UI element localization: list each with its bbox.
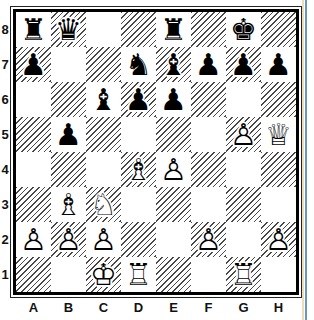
square-h4[interactable] xyxy=(261,152,296,187)
square-h2[interactable]: ♟♙ xyxy=(261,222,296,257)
white-pawn-body: ♟ xyxy=(156,152,191,187)
white-pawn-a2: ♙ xyxy=(16,222,51,257)
square-e8[interactable]: ♜ xyxy=(156,12,191,47)
white-pawn-body: ♟ xyxy=(191,222,226,257)
square-g5[interactable]: ♟♙ xyxy=(226,117,261,152)
square-a3[interactable] xyxy=(16,187,51,222)
square-a6[interactable] xyxy=(16,82,51,117)
chess-board: ♜♛♜♚♟♞♝♟♟♟♝♟♟♟♟♙♛♕♝♗♟♙♝♗♞♘♟♙♟♙♟♙♟♙♟♙♚♔♜♖… xyxy=(16,12,296,292)
square-c2[interactable]: ♟♙ xyxy=(86,222,121,257)
square-a4[interactable] xyxy=(16,152,51,187)
file-label-h: H xyxy=(261,298,296,316)
white-bishop-d4: ♗ xyxy=(121,152,156,187)
black-bishop-c6: ♝ xyxy=(86,82,121,117)
file-label-g: G xyxy=(226,298,261,316)
square-c7[interactable] xyxy=(86,47,121,82)
square-h1[interactable] xyxy=(261,257,296,292)
white-knight-body: ♞ xyxy=(86,187,121,222)
rank-label-3: 3 xyxy=(0,187,10,222)
white-queen-body: ♛ xyxy=(261,117,296,152)
square-a7[interactable]: ♟ xyxy=(16,47,51,82)
square-e6[interactable]: ♟ xyxy=(156,82,191,117)
square-d6[interactable]: ♟ xyxy=(121,82,156,117)
square-f8[interactable] xyxy=(191,12,226,47)
square-d3[interactable] xyxy=(121,187,156,222)
square-g1[interactable]: ♜♖ xyxy=(226,257,261,292)
white-pawn-g5: ♙ xyxy=(226,117,261,152)
white-pawn-b2: ♙ xyxy=(51,222,86,257)
white-pawn-body: ♟ xyxy=(51,222,86,257)
square-f4[interactable] xyxy=(191,152,226,187)
square-h8[interactable] xyxy=(261,12,296,47)
file-label-c: C xyxy=(86,298,121,316)
square-h6[interactable] xyxy=(261,82,296,117)
rank-label-5: 5 xyxy=(0,117,10,152)
rank-label-2: 2 xyxy=(0,222,10,257)
black-rook-a8: ♜ xyxy=(16,12,51,47)
square-b5[interactable]: ♟ xyxy=(51,117,86,152)
white-rook-body: ♜ xyxy=(226,257,261,292)
white-bishop-body: ♝ xyxy=(121,152,156,187)
black-pawn-g7: ♟ xyxy=(226,47,261,82)
white-rook-d1: ♖ xyxy=(121,257,156,292)
square-h7[interactable]: ♟ xyxy=(261,47,296,82)
square-a1[interactable] xyxy=(16,257,51,292)
square-d8[interactable] xyxy=(121,12,156,47)
square-f3[interactable] xyxy=(191,187,226,222)
square-c1[interactable]: ♚♔ xyxy=(86,257,121,292)
white-pawn-body: ♟ xyxy=(16,222,51,257)
black-king-g8: ♚ xyxy=(226,12,261,47)
white-pawn-e4: ♙ xyxy=(156,152,191,187)
square-f5[interactable] xyxy=(191,117,226,152)
square-g2[interactable] xyxy=(226,222,261,257)
white-rook-g1: ♖ xyxy=(226,257,261,292)
scan-edge-cream-stripe xyxy=(302,0,304,320)
square-d7[interactable]: ♞ xyxy=(121,47,156,82)
rank-label-7: 7 xyxy=(0,47,10,82)
black-pawn-f7: ♟ xyxy=(191,47,226,82)
white-pawn-body: ♟ xyxy=(261,222,296,257)
file-label-b: B xyxy=(51,298,86,316)
square-b7[interactable] xyxy=(51,47,86,82)
square-b6[interactable] xyxy=(51,82,86,117)
square-g6[interactable] xyxy=(226,82,261,117)
black-pawn-b5: ♟ xyxy=(51,117,86,152)
white-pawn-body: ♟ xyxy=(226,117,261,152)
rank-label-6: 6 xyxy=(0,82,10,117)
black-pawn-e6: ♟ xyxy=(156,82,191,117)
square-c3[interactable]: ♞♘ xyxy=(86,187,121,222)
white-knight-c3: ♘ xyxy=(86,187,121,222)
square-d4[interactable]: ♝♗ xyxy=(121,152,156,187)
square-b3[interactable]: ♝♗ xyxy=(51,187,86,222)
white-king-c1: ♔ xyxy=(86,257,121,292)
black-pawn-h7: ♟ xyxy=(261,47,296,82)
white-queen-h5: ♕ xyxy=(261,117,296,152)
square-c5[interactable] xyxy=(86,117,121,152)
white-pawn-f2: ♙ xyxy=(191,222,226,257)
file-label-d: D xyxy=(121,298,156,316)
square-g8[interactable]: ♚ xyxy=(226,12,261,47)
file-label-f: F xyxy=(191,298,226,316)
square-g3[interactable] xyxy=(226,187,261,222)
square-b8[interactable]: ♛ xyxy=(51,12,86,47)
file-label-a: A xyxy=(16,298,51,316)
rank-label-1: 1 xyxy=(0,257,10,292)
square-f7[interactable]: ♟ xyxy=(191,47,226,82)
square-f6[interactable] xyxy=(191,82,226,117)
black-bishop-e7: ♝ xyxy=(156,47,191,82)
square-a2[interactable]: ♟♙ xyxy=(16,222,51,257)
square-e5[interactable] xyxy=(156,117,191,152)
white-bishop-body: ♝ xyxy=(51,187,86,222)
square-d1[interactable]: ♜♖ xyxy=(121,257,156,292)
rank-labels: 87654321 xyxy=(0,12,10,292)
square-f1[interactable] xyxy=(191,257,226,292)
square-e1[interactable] xyxy=(156,257,191,292)
square-g7[interactable]: ♟ xyxy=(226,47,261,82)
file-labels: ABCDEFGH xyxy=(16,298,296,316)
square-f2[interactable]: ♟♙ xyxy=(191,222,226,257)
square-e7[interactable]: ♝ xyxy=(156,47,191,82)
black-queen-b8: ♛ xyxy=(51,12,86,47)
square-b1[interactable] xyxy=(51,257,86,292)
square-e3[interactable] xyxy=(156,187,191,222)
square-b4[interactable] xyxy=(51,152,86,187)
rank-label-4: 4 xyxy=(0,152,10,187)
square-e4[interactable]: ♟♙ xyxy=(156,152,191,187)
square-a8[interactable]: ♜ xyxy=(16,12,51,47)
square-h3[interactable] xyxy=(261,187,296,222)
square-c8[interactable] xyxy=(86,12,121,47)
white-king-body: ♚ xyxy=(86,257,121,292)
square-d5[interactable] xyxy=(121,117,156,152)
black-pawn-a7: ♟ xyxy=(16,47,51,82)
black-knight-d7: ♞ xyxy=(121,47,156,82)
square-c6[interactable]: ♝ xyxy=(86,82,121,117)
board-border: ♜♛♜♚♟♞♝♟♟♟♝♟♟♟♟♙♛♕♝♗♟♙♝♗♞♘♟♙♟♙♟♙♟♙♟♙♚♔♜♖… xyxy=(13,9,299,295)
rank-label-8: 8 xyxy=(0,12,10,47)
white-rook-body: ♜ xyxy=(121,257,156,292)
square-e2[interactable] xyxy=(156,222,191,257)
square-h5[interactable]: ♛♕ xyxy=(261,117,296,152)
black-pawn-d6: ♟ xyxy=(121,82,156,117)
white-pawn-c2: ♙ xyxy=(86,222,121,257)
chess-diagram: 87654321 ♜♛♜♚♟♞♝♟♟♟♝♟♟♟♟♙♛♕♝♗♟♙♝♗♞♘♟♙♟♙♟… xyxy=(0,0,314,320)
white-bishop-b3: ♗ xyxy=(51,187,86,222)
square-b2[interactable]: ♟♙ xyxy=(51,222,86,257)
square-a5[interactable] xyxy=(16,117,51,152)
square-g4[interactable] xyxy=(226,152,261,187)
square-d2[interactable] xyxy=(121,222,156,257)
scan-edge-blue-stripe xyxy=(305,0,307,320)
white-pawn-h2: ♙ xyxy=(261,222,296,257)
board-frame: ♜♛♜♚♟♞♝♟♟♟♝♟♟♟♟♙♛♕♝♗♟♙♝♗♞♘♟♙♟♙♟♙♟♙♟♙♚♔♜♖… xyxy=(10,6,302,298)
black-rook-e8: ♜ xyxy=(156,12,191,47)
white-pawn-body: ♟ xyxy=(86,222,121,257)
file-label-e: E xyxy=(156,298,191,316)
square-c4[interactable] xyxy=(86,152,121,187)
